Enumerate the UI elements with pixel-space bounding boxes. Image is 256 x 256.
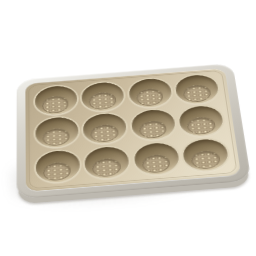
muffin-cup — [133, 142, 180, 176]
cup-bottom-dimples — [186, 116, 216, 135]
muffin-cup — [84, 146, 130, 180]
cup-bottom-dimples — [135, 88, 164, 107]
cup-bottom-dimples — [138, 120, 167, 139]
cup-bottom-dimples — [88, 91, 116, 110]
muffin-cup — [178, 105, 225, 137]
cup-bottom-dimples — [182, 84, 211, 102]
product-photo-stage — [0, 0, 256, 256]
pan-top-surface — [25, 68, 241, 192]
muffin-cup — [128, 77, 172, 108]
cup-bottom-dimples — [42, 95, 70, 114]
muffin-pan-rim — [17, 63, 252, 199]
cup-bottom-dimples — [190, 149, 221, 169]
muffin-cup — [35, 85, 78, 116]
muffin-cup — [182, 138, 230, 172]
muffin-cup — [35, 116, 79, 149]
cup-bottom-dimples — [90, 124, 119, 143]
muffin-cup — [35, 149, 80, 183]
muffin-cups-grid — [32, 72, 233, 186]
pan-perspective-wrap — [10, 31, 249, 222]
muffin-cup — [83, 113, 128, 146]
cup-bottom-dimples — [42, 127, 70, 146]
cup-bottom-dimples — [43, 161, 72, 181]
cup-bottom-dimples — [92, 157, 122, 177]
muffin-cup — [131, 109, 177, 141]
cup-bottom-dimples — [141, 153, 171, 173]
muffin-cup — [81, 81, 124, 112]
muffin-cup — [175, 74, 220, 105]
